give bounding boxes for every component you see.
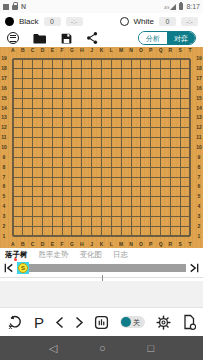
board-point-H18[interactable] [77, 64, 87, 74]
board-point-O14[interactable] [136, 103, 146, 113]
board-point-C13[interactable] [28, 113, 38, 123]
board-point-E5[interactable] [47, 192, 57, 202]
board-point-G16[interactable] [67, 84, 77, 94]
board-point-E3[interactable] [47, 211, 57, 221]
board-point-M1[interactable] [116, 231, 126, 241]
board-point-R9[interactable] [165, 152, 175, 162]
board-point-Q2[interactable] [156, 221, 166, 231]
board-point-R4[interactable] [165, 202, 175, 212]
board-point-J19[interactable] [87, 54, 97, 64]
board-point-O8[interactable] [136, 162, 146, 172]
board-point-G1[interactable] [67, 231, 77, 241]
board-point-D4[interactable] [38, 202, 48, 212]
board-point-O9[interactable] [136, 152, 146, 162]
board-point-Q3[interactable] [156, 211, 166, 221]
board-point-F3[interactable] [57, 211, 67, 221]
board-point-N6[interactable] [126, 182, 136, 192]
board-point-L13[interactable] [106, 113, 116, 123]
board-point-G14[interactable] [67, 103, 77, 113]
board-point-H6[interactable] [77, 182, 87, 192]
board-point-E17[interactable] [47, 74, 57, 84]
board-point-O16[interactable] [136, 84, 146, 94]
board-point-R18[interactable] [165, 64, 175, 74]
board-point-F2[interactable] [57, 221, 67, 231]
board-point-L10[interactable] [106, 143, 116, 153]
board-point-C5[interactable] [28, 192, 38, 202]
board-point-E11[interactable] [47, 133, 57, 143]
board-point-O2[interactable] [136, 221, 146, 231]
board-point-B8[interactable] [18, 162, 28, 172]
board-point-L7[interactable] [106, 172, 116, 182]
board-point-F4[interactable] [57, 202, 67, 212]
board-point-S11[interactable] [175, 133, 185, 143]
board-point-H16[interactable] [77, 84, 87, 94]
board-point-C15[interactable] [28, 93, 38, 103]
board-point-C6[interactable] [28, 182, 38, 192]
board-point-A4[interactable] [8, 202, 18, 212]
board-point-J14[interactable] [87, 103, 97, 113]
board-point-E1[interactable] [47, 231, 57, 241]
board-point-N3[interactable] [126, 211, 136, 221]
board-point-D8[interactable] [38, 162, 48, 172]
board-point-R14[interactable] [165, 103, 175, 113]
board-point-E18[interactable] [47, 64, 57, 74]
board-point-G3[interactable] [67, 211, 77, 221]
board-point-B1[interactable] [18, 231, 28, 241]
board-point-N8[interactable] [126, 162, 136, 172]
board-point-A9[interactable] [8, 152, 18, 162]
board-point-D7[interactable] [38, 172, 48, 182]
board-point-C1[interactable] [28, 231, 38, 241]
board-point-F5[interactable] [57, 192, 67, 202]
board-point-M16[interactable] [116, 84, 126, 94]
board-point-B19[interactable] [18, 54, 28, 64]
tab-2[interactable]: 变化图 [80, 251, 103, 259]
board-point-S3[interactable] [175, 211, 185, 221]
board-point-N10[interactable] [126, 143, 136, 153]
board-point-J10[interactable] [87, 143, 97, 153]
board-point-O1[interactable] [136, 231, 146, 241]
board-point-Q1[interactable] [156, 231, 166, 241]
board-point-M19[interactable] [116, 54, 126, 64]
board-point-F9[interactable] [57, 152, 67, 162]
board-point-Q18[interactable] [156, 64, 166, 74]
folder-open-icon[interactable] [32, 32, 47, 45]
board-point-F16[interactable] [57, 84, 67, 94]
board-point-T13[interactable] [185, 113, 195, 123]
board-point-A16[interactable] [8, 84, 18, 94]
tab-3[interactable]: 日志 [113, 251, 128, 259]
board-point-Q13[interactable] [156, 113, 166, 123]
board-point-F10[interactable] [57, 143, 67, 153]
board-point-Q17[interactable] [156, 74, 166, 84]
board-point-T8[interactable] [185, 162, 195, 172]
board-point-J18[interactable] [87, 64, 97, 74]
board-point-K18[interactable] [97, 64, 107, 74]
board-point-R13[interactable] [165, 113, 175, 123]
analysis-chart-icon[interactable] [94, 315, 109, 330]
board-point-E2[interactable] [47, 221, 57, 231]
board-point-S7[interactable] [175, 172, 185, 182]
board-point-S1[interactable] [175, 231, 185, 241]
board-point-J1[interactable] [87, 231, 97, 241]
board-point-F19[interactable] [57, 54, 67, 64]
board-point-R10[interactable] [165, 143, 175, 153]
board-point-Q15[interactable] [156, 93, 166, 103]
board-point-J13[interactable] [87, 113, 97, 123]
board-point-P11[interactable] [146, 133, 156, 143]
board-point-F6[interactable] [57, 182, 67, 192]
board-point-M7[interactable] [116, 172, 126, 182]
board-point-D12[interactable] [38, 123, 48, 133]
board-point-C12[interactable] [28, 123, 38, 133]
board-point-C4[interactable] [28, 202, 38, 212]
board-point-O10[interactable] [136, 143, 146, 153]
board-point-C10[interactable] [28, 143, 38, 153]
board-point-C2[interactable] [28, 221, 38, 231]
board-point-M10[interactable] [116, 143, 126, 153]
board-point-B13[interactable] [18, 113, 28, 123]
board-point-J17[interactable] [87, 74, 97, 84]
board-point-B16[interactable] [18, 84, 28, 94]
nav-home-button[interactable]: ○ [99, 343, 106, 354]
board-point-L6[interactable] [106, 182, 116, 192]
board-point-S6[interactable] [175, 182, 185, 192]
board-point-K1[interactable] [97, 231, 107, 241]
board-point-D5[interactable] [38, 192, 48, 202]
board-point-B15[interactable] [18, 93, 28, 103]
board-point-C16[interactable] [28, 84, 38, 94]
board-point-A14[interactable] [8, 103, 18, 113]
board-point-M17[interactable] [116, 74, 126, 84]
board-point-M9[interactable] [116, 152, 126, 162]
board-point-J12[interactable] [87, 123, 97, 133]
jump-to-end-icon[interactable] [188, 262, 200, 274]
board-point-L9[interactable] [106, 152, 116, 162]
board-point-Q8[interactable] [156, 162, 166, 172]
board-point-G13[interactable] [67, 113, 77, 123]
board-point-B3[interactable] [18, 211, 28, 221]
board-point-T10[interactable] [185, 143, 195, 153]
board-point-T3[interactable] [185, 211, 195, 221]
board-point-R11[interactable] [165, 133, 175, 143]
board-point-B4[interactable] [18, 202, 28, 212]
board-point-B18[interactable] [18, 64, 28, 74]
board-point-D17[interactable] [38, 74, 48, 84]
board-point-R12[interactable] [165, 123, 175, 133]
board-point-Q11[interactable] [156, 133, 166, 143]
board-point-F12[interactable] [57, 123, 67, 133]
board-point-T12[interactable] [185, 123, 195, 133]
board-point-K12[interactable] [97, 123, 107, 133]
board-point-F17[interactable] [57, 74, 67, 84]
board-point-A6[interactable] [8, 182, 18, 192]
board-point-N9[interactable] [126, 152, 136, 162]
board-point-S17[interactable] [175, 74, 185, 84]
board-point-H5[interactable] [77, 192, 87, 202]
board-point-F13[interactable] [57, 113, 67, 123]
board-point-L18[interactable] [106, 64, 116, 74]
root-node[interactable]: S [18, 263, 28, 273]
board-point-P2[interactable] [146, 221, 156, 231]
board-point-A12[interactable] [8, 123, 18, 133]
board-point-O5[interactable] [136, 192, 146, 202]
board-point-C11[interactable] [28, 133, 38, 143]
board-point-P17[interactable] [146, 74, 156, 84]
board-point-K10[interactable] [97, 143, 107, 153]
board-point-A2[interactable] [8, 221, 18, 231]
board-point-B12[interactable] [18, 123, 28, 133]
board-point-T7[interactable] [185, 172, 195, 182]
board-point-H19[interactable] [77, 54, 87, 64]
board-point-B6[interactable] [18, 182, 28, 192]
board-point-K9[interactable] [97, 152, 107, 162]
board-point-K7[interactable] [97, 172, 107, 182]
board-point-T17[interactable] [185, 74, 195, 84]
nav-recents-button[interactable]: □ [147, 343, 154, 354]
board-point-F11[interactable] [57, 133, 67, 143]
board-point-F7[interactable] [57, 172, 67, 182]
board-point-B2[interactable] [18, 221, 28, 231]
board-point-T5[interactable] [185, 192, 195, 202]
board-point-K4[interactable] [97, 202, 107, 212]
board-point-Q5[interactable] [156, 192, 166, 202]
board-point-O15[interactable] [136, 93, 146, 103]
board-point-P4[interactable] [146, 202, 156, 212]
board-point-E4[interactable] [47, 202, 57, 212]
board-point-L5[interactable] [106, 192, 116, 202]
board-point-P19[interactable] [146, 54, 156, 64]
board-point-L2[interactable] [106, 221, 116, 231]
board-point-A13[interactable] [8, 113, 18, 123]
board-point-J4[interactable] [87, 202, 97, 212]
board-point-P3[interactable] [146, 211, 156, 221]
board-point-C8[interactable] [28, 162, 38, 172]
board-point-B11[interactable] [18, 133, 28, 143]
board-point-S9[interactable] [175, 152, 185, 162]
board-point-M15[interactable] [116, 93, 126, 103]
board-point-G8[interactable] [67, 162, 77, 172]
board-point-N4[interactable] [126, 202, 136, 212]
board-point-S16[interactable] [175, 84, 185, 94]
board-point-J16[interactable] [87, 84, 97, 94]
board-point-S8[interactable] [175, 162, 185, 172]
board-point-D3[interactable] [38, 211, 48, 221]
board-point-L14[interactable] [106, 103, 116, 113]
board-point-R5[interactable] [165, 192, 175, 202]
board-point-N14[interactable] [126, 103, 136, 113]
play-mode-button[interactable]: 对弈 [167, 32, 195, 44]
undo-clear-icon[interactable] [7, 314, 23, 330]
board-point-N17[interactable] [126, 74, 136, 84]
board-point-D14[interactable] [38, 103, 48, 113]
board-point-A5[interactable] [8, 192, 18, 202]
board-point-B17[interactable] [18, 74, 28, 84]
board-point-S13[interactable] [175, 113, 185, 123]
board-point-T16[interactable] [185, 84, 195, 94]
board-point-G4[interactable] [67, 202, 77, 212]
board-point-H8[interactable] [77, 162, 87, 172]
board-point-N18[interactable] [126, 64, 136, 74]
board-point-G15[interactable] [67, 93, 77, 103]
board-point-Q10[interactable] [156, 143, 166, 153]
board-point-A15[interactable] [8, 93, 18, 103]
board-point-T9[interactable] [185, 152, 195, 162]
board-point-T15[interactable] [185, 93, 195, 103]
board-point-H10[interactable] [77, 143, 87, 153]
board-point-M14[interactable] [116, 103, 126, 113]
board-point-M13[interactable] [116, 113, 126, 123]
board-point-K6[interactable] [97, 182, 107, 192]
board-point-A3[interactable] [8, 211, 18, 221]
board-point-F15[interactable] [57, 93, 67, 103]
board-point-M11[interactable] [116, 133, 126, 143]
board-point-S18[interactable] [175, 64, 185, 74]
board-point-O13[interactable] [136, 113, 146, 123]
board-point-Q9[interactable] [156, 152, 166, 162]
board-point-D18[interactable] [38, 64, 48, 74]
board-point-A1[interactable] [8, 231, 18, 241]
board-point-L4[interactable] [106, 202, 116, 212]
board-point-E16[interactable] [47, 84, 57, 94]
board-point-R7[interactable] [165, 172, 175, 182]
board-point-D19[interactable] [38, 54, 48, 64]
board-point-B7[interactable] [18, 172, 28, 182]
board-point-T6[interactable] [185, 182, 195, 192]
board-point-D13[interactable] [38, 113, 48, 123]
nav-back-button[interactable]: ◁ [49, 343, 57, 354]
board-point-E19[interactable] [47, 54, 57, 64]
board-point-L3[interactable] [106, 211, 116, 221]
board-point-T11[interactable] [185, 133, 195, 143]
board-point-C3[interactable] [28, 211, 38, 221]
board-point-H12[interactable] [77, 123, 87, 133]
board-point-P12[interactable] [146, 123, 156, 133]
board-point-K8[interactable] [97, 162, 107, 172]
board-point-K16[interactable] [97, 84, 107, 94]
board-point-J7[interactable] [87, 172, 97, 182]
board-point-S2[interactable] [175, 221, 185, 231]
board-point-D2[interactable] [38, 221, 48, 231]
board-point-H13[interactable] [77, 113, 87, 123]
board-point-R3[interactable] [165, 211, 175, 221]
board-point-E7[interactable] [47, 172, 57, 182]
board-point-N7[interactable] [126, 172, 136, 182]
board-point-N16[interactable] [126, 84, 136, 94]
board-point-B5[interactable] [18, 192, 28, 202]
board-point-S19[interactable] [175, 54, 185, 64]
tab-1[interactable]: 胜率走势 [39, 251, 69, 259]
board-point-H17[interactable] [77, 74, 87, 84]
board-point-P5[interactable] [146, 192, 156, 202]
board-point-R1[interactable] [165, 231, 175, 241]
board-point-K2[interactable] [97, 221, 107, 231]
board-point-C7[interactable] [28, 172, 38, 182]
board-point-L11[interactable] [106, 133, 116, 143]
board-point-K15[interactable] [97, 93, 107, 103]
board-point-M4[interactable] [116, 202, 126, 212]
board-point-E15[interactable] [47, 93, 57, 103]
board-point-D9[interactable] [38, 152, 48, 162]
board-point-G17[interactable] [67, 74, 77, 84]
board-point-M5[interactable] [116, 192, 126, 202]
board-point-F18[interactable] [57, 64, 67, 74]
board-point-P8[interactable] [146, 162, 156, 172]
board-point-J11[interactable] [87, 133, 97, 143]
board-point-J6[interactable] [87, 182, 97, 192]
board-point-O7[interactable] [136, 172, 146, 182]
board-point-D11[interactable] [38, 133, 48, 143]
board-point-B10[interactable] [18, 143, 28, 153]
board-point-Q4[interactable] [156, 202, 166, 212]
board-point-G6[interactable] [67, 182, 77, 192]
board-point-R8[interactable] [165, 162, 175, 172]
board-point-J9[interactable] [87, 152, 97, 162]
board-point-G19[interactable] [67, 54, 77, 64]
board-point-C19[interactable] [28, 54, 38, 64]
board-point-O4[interactable] [136, 202, 146, 212]
board-point-P10[interactable] [146, 143, 156, 153]
board-point-N11[interactable] [126, 133, 136, 143]
board-point-T4[interactable] [185, 202, 195, 212]
board-point-G18[interactable] [67, 64, 77, 74]
board-point-P1[interactable] [146, 231, 156, 241]
board-point-N19[interactable] [126, 54, 136, 64]
board-point-A11[interactable] [8, 133, 18, 143]
board-point-L16[interactable] [106, 84, 116, 94]
board-point-J8[interactable] [87, 162, 97, 172]
board-point-G5[interactable] [67, 192, 77, 202]
board-point-M12[interactable] [116, 123, 126, 133]
board-point-J5[interactable] [87, 192, 97, 202]
board-point-H9[interactable] [77, 152, 87, 162]
board-point-P14[interactable] [146, 103, 156, 113]
board-point-J15[interactable] [87, 93, 97, 103]
board-point-L15[interactable] [106, 93, 116, 103]
board-point-L1[interactable] [106, 231, 116, 241]
board-point-H14[interactable] [77, 103, 87, 113]
board-point-Q14[interactable] [156, 103, 166, 113]
board-point-F8[interactable] [57, 162, 67, 172]
board-point-H3[interactable] [77, 211, 87, 221]
board-point-P7[interactable] [146, 172, 156, 182]
board-point-M3[interactable] [116, 211, 126, 221]
board-point-M8[interactable] [116, 162, 126, 172]
board-point-T2[interactable] [185, 221, 195, 231]
board-point-R16[interactable] [165, 84, 175, 94]
board-point-O6[interactable] [136, 182, 146, 192]
panel-resize-handle[interactable] [0, 275, 203, 281]
board-point-G2[interactable] [67, 221, 77, 231]
board-point-Q19[interactable] [156, 54, 166, 64]
board-point-D16[interactable] [38, 84, 48, 94]
board-point-G9[interactable] [67, 152, 77, 162]
board-point-Q6[interactable] [156, 182, 166, 192]
board-point-A18[interactable] [8, 64, 18, 74]
board-point-N15[interactable] [126, 93, 136, 103]
board-point-E6[interactable] [47, 182, 57, 192]
board-point-M6[interactable] [116, 182, 126, 192]
board-point-A17[interactable] [8, 74, 18, 84]
board-point-S4[interactable] [175, 202, 185, 212]
board-point-J2[interactable] [87, 221, 97, 231]
board-point-P6[interactable] [146, 182, 156, 192]
board-point-N2[interactable] [126, 221, 136, 231]
board-point-N12[interactable] [126, 123, 136, 133]
prev-move-icon[interactable] [55, 316, 64, 329]
board-point-R17[interactable] [165, 74, 175, 84]
board-point-K17[interactable] [97, 74, 107, 84]
